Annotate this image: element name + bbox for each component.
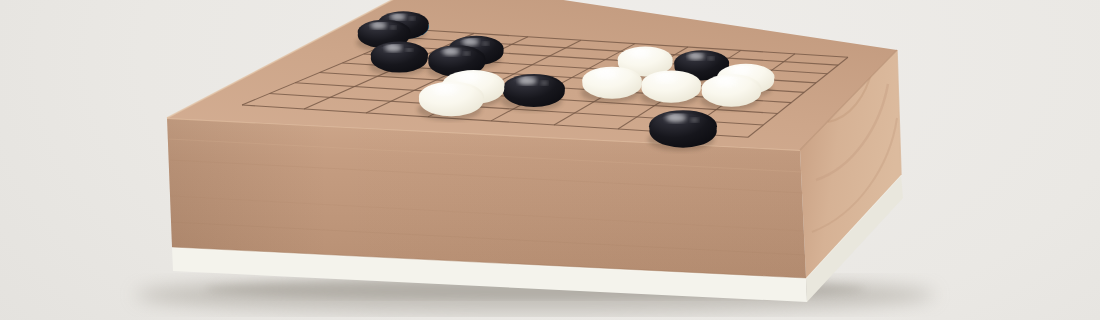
go-board-photo-scene: ●●●●●●●●●●●●●●● 9x9 wooden go board with…: [0, 0, 1100, 320]
black-stone-glyph: ●: [498, 65, 569, 112]
go-stone-white[interactable]: ●: [578, 58, 646, 103]
black-stone-glyph: ●: [367, 33, 432, 77]
black-stone-glyph: ●: [644, 101, 721, 152]
go-stone-white[interactable]: ●: [414, 72, 488, 121]
go-stone-black[interactable]: ●: [367, 33, 432, 77]
white-stone-glyph: ●: [578, 58, 646, 103]
white-stone-glyph: ●: [414, 72, 488, 121]
go-stone-black[interactable]: ●: [498, 65, 569, 112]
go-stone-black[interactable]: ●: [644, 101, 721, 152]
board-svg: ●●●●●●●●●●●●●●●: [0, 0, 1100, 320]
